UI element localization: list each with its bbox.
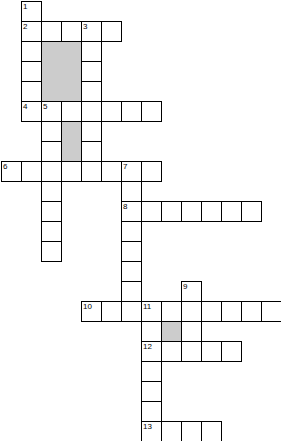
grid-cell[interactable] — [101, 301, 122, 322]
shaded-cell — [61, 81, 82, 102]
grid-cell[interactable] — [141, 361, 162, 382]
grid-cell[interactable] — [181, 201, 202, 222]
shaded-cell — [41, 81, 62, 102]
grid-cell[interactable] — [121, 181, 142, 202]
shaded-cell — [41, 41, 62, 62]
clue-number: 10 — [83, 302, 92, 311]
grid-cell[interactable] — [81, 61, 102, 82]
grid-cell[interactable] — [21, 41, 42, 62]
grid-cell[interactable]: 12 — [141, 341, 162, 362]
grid-cell[interactable]: 6 — [1, 161, 22, 182]
shaded-cell — [161, 321, 182, 342]
grid-cell[interactable] — [201, 301, 222, 322]
grid-cell[interactable] — [121, 301, 142, 322]
grid-cell[interactable] — [81, 121, 102, 142]
grid-cell[interactable] — [81, 81, 102, 102]
grid-cell[interactable] — [21, 81, 42, 102]
grid-cell[interactable] — [41, 241, 62, 262]
grid-cell[interactable] — [241, 201, 262, 222]
grid-cell[interactable] — [141, 101, 162, 122]
shaded-cell — [61, 41, 82, 62]
shaded-cell — [41, 61, 62, 82]
grid-cell[interactable] — [101, 21, 122, 42]
shaded-cell — [61, 141, 82, 162]
grid-cell[interactable] — [201, 341, 222, 362]
grid-cell[interactable]: 1 — [21, 1, 42, 22]
grid-cell[interactable]: 4 — [21, 101, 42, 122]
clue-number: 8 — [123, 202, 127, 211]
grid-cell[interactable] — [41, 221, 62, 242]
clue-number: 2 — [23, 22, 27, 31]
grid-cell[interactable] — [121, 241, 142, 262]
grid-cell[interactable]: 2 — [21, 21, 42, 42]
grid-cell[interactable] — [261, 301, 282, 322]
clue-number: 11 — [143, 302, 151, 311]
grid-cell[interactable] — [201, 421, 222, 441]
grid-cell[interactable] — [41, 121, 62, 142]
grid-cell[interactable]: 3 — [81, 21, 102, 42]
grid-cell[interactable] — [61, 21, 82, 42]
shaded-cell — [61, 121, 82, 142]
grid-cell[interactable]: 5 — [41, 101, 62, 122]
clue-number: 9 — [183, 282, 187, 291]
clue-number: 12 — [143, 342, 152, 351]
grid-cell[interactable] — [201, 201, 222, 222]
grid-cell[interactable] — [81, 141, 102, 162]
grid-cell[interactable] — [141, 381, 162, 402]
grid-cell[interactable] — [161, 341, 182, 362]
grid-cell[interactable] — [81, 101, 102, 122]
grid-cell[interactable] — [221, 201, 242, 222]
grid-cell[interactable] — [181, 421, 202, 441]
grid-cell[interactable]: 7 — [121, 161, 142, 182]
grid-cell[interactable] — [161, 201, 182, 222]
grid-cell[interactable] — [61, 161, 82, 182]
grid-cell[interactable] — [121, 101, 142, 122]
grid-cell[interactable] — [181, 301, 202, 322]
grid-cell[interactable] — [241, 301, 262, 322]
grid-cell[interactable] — [181, 321, 202, 342]
grid-cell[interactable] — [41, 161, 62, 182]
grid-cell[interactable] — [161, 421, 182, 441]
grid-cell[interactable] — [121, 261, 142, 282]
grid-cell[interactable] — [141, 161, 162, 182]
clue-number: 1 — [23, 2, 27, 11]
grid-cell[interactable] — [101, 161, 122, 182]
grid-cell[interactable] — [41, 21, 62, 42]
clue-number: 3 — [83, 22, 87, 31]
clue-number: 6 — [3, 162, 7, 171]
grid-cell[interactable] — [41, 201, 62, 222]
shaded-cell — [61, 61, 82, 82]
grid-cell[interactable] — [181, 341, 202, 362]
grid-cell[interactable] — [21, 161, 42, 182]
grid-cell[interactable] — [41, 181, 62, 202]
grid-cell[interactable]: 8 — [121, 201, 142, 222]
clue-number: 7 — [123, 162, 127, 171]
grid-cell[interactable] — [161, 301, 182, 322]
crossword-board: 12345678910111213 — [0, 0, 281, 441]
grid-cell[interactable] — [81, 161, 102, 182]
grid-cell[interactable] — [141, 201, 162, 222]
grid-cell[interactable] — [101, 101, 122, 122]
grid-cell[interactable] — [21, 61, 42, 82]
grid-cell[interactable] — [221, 301, 242, 322]
grid-cell[interactable]: 9 — [181, 281, 202, 302]
grid-cell[interactable] — [141, 321, 162, 342]
grid-cell[interactable] — [121, 281, 142, 302]
grid-cell[interactable] — [61, 101, 82, 122]
grid-cell[interactable]: 13 — [141, 421, 162, 441]
grid-cell[interactable]: 10 — [81, 301, 102, 322]
grid-cell[interactable]: 11 — [141, 301, 162, 322]
grid-cell[interactable] — [41, 141, 62, 162]
clue-number: 13 — [143, 422, 152, 431]
grid-cell[interactable] — [221, 341, 242, 362]
grid-cell[interactable] — [121, 221, 142, 242]
clue-number: 4 — [23, 102, 27, 111]
grid-cell[interactable] — [141, 401, 162, 422]
grid-cell[interactable] — [81, 41, 102, 62]
clue-number: 5 — [43, 102, 47, 111]
